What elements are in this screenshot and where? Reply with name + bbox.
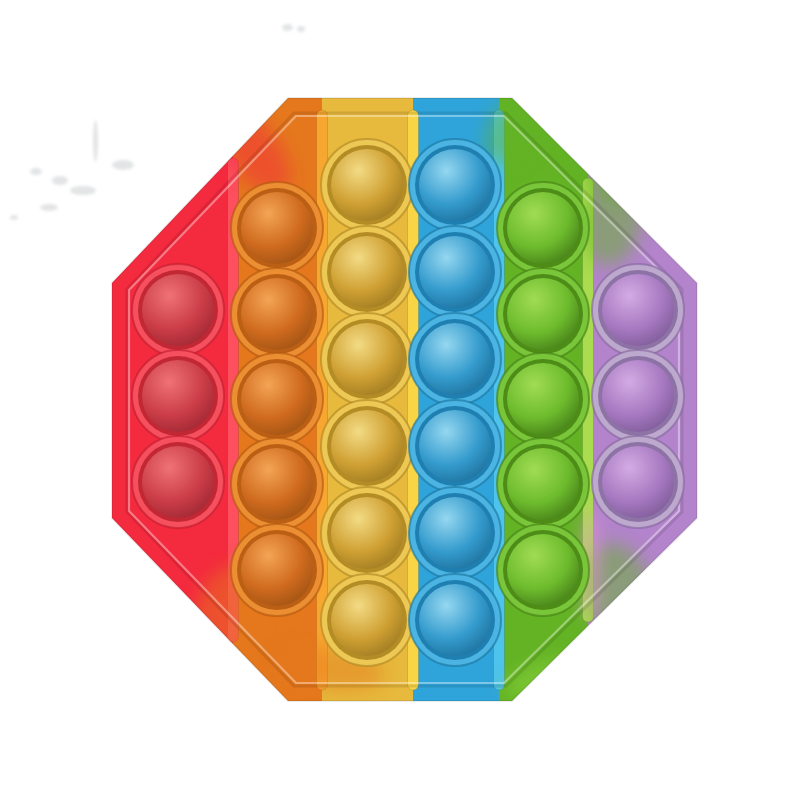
column-purple — [592, 264, 684, 528]
bubble-dome — [241, 534, 313, 606]
bubble-orange-2 — [231, 268, 323, 360]
bubble-dome — [419, 497, 491, 569]
bubble-orange-3 — [231, 353, 323, 445]
bubble-orange-1 — [231, 182, 323, 274]
bubble-dome — [142, 360, 214, 432]
bubble-dome — [241, 278, 313, 350]
bubble-dome — [602, 446, 674, 518]
bubble-dome — [419, 323, 491, 395]
bubble-dome — [419, 584, 491, 656]
column-green — [497, 182, 589, 616]
column-orange — [231, 182, 323, 616]
bubble-yellow-4 — [321, 400, 413, 492]
bubble-dome — [507, 363, 579, 435]
bubble-dome — [241, 448, 313, 520]
bubble-dome — [419, 410, 491, 482]
bubble-blue-5 — [409, 487, 501, 579]
bubble-blue-4 — [409, 400, 501, 492]
bubble-dome — [602, 360, 674, 432]
bubble-dome — [331, 236, 403, 308]
bubble-green-5 — [497, 524, 589, 616]
bubble-yellow-3 — [321, 313, 413, 405]
board-surface — [112, 84, 697, 708]
bubble-purple-1 — [592, 264, 684, 356]
bubble-green-4 — [497, 438, 589, 530]
bubble-dome — [331, 410, 403, 482]
bubble-dome — [602, 274, 674, 346]
bubble-blue-1 — [409, 139, 501, 231]
bubble-orange-4 — [231, 438, 323, 530]
bubble-dome — [331, 323, 403, 395]
bubble-dome — [507, 278, 579, 350]
bubble-yellow-1 — [321, 139, 413, 231]
bubble-dome — [507, 534, 579, 606]
popit-product-photo — [0, 0, 800, 800]
bubble-yellow-2 — [321, 226, 413, 318]
bubble-blue-6 — [409, 574, 501, 666]
bubble-dome — [331, 149, 403, 221]
bubble-red-1 — [132, 264, 224, 356]
bubble-dome — [142, 446, 214, 518]
bubble-dome — [507, 448, 579, 520]
bubble-dome — [142, 274, 214, 346]
bubble-blue-2 — [409, 226, 501, 318]
bubble-dome — [419, 149, 491, 221]
bubble-orange-5 — [231, 524, 323, 616]
bubble-red-3 — [132, 436, 224, 528]
bubble-dome — [507, 192, 579, 264]
bubble-purple-2 — [592, 350, 684, 442]
popit-board — [0, 0, 800, 800]
bubble-dome — [331, 497, 403, 569]
bubble-purple-3 — [592, 436, 684, 528]
bubble-dome — [241, 363, 313, 435]
bubble-dome — [419, 236, 491, 308]
bubble-blue-3 — [409, 313, 501, 405]
bubble-yellow-6 — [321, 574, 413, 666]
bubble-green-1 — [497, 182, 589, 274]
bubble-dome — [331, 584, 403, 656]
bubble-dome — [241, 192, 313, 264]
bubble-green-2 — [497, 268, 589, 360]
bubble-yellow-5 — [321, 487, 413, 579]
column-red — [132, 264, 224, 528]
bubble-red-2 — [132, 350, 224, 442]
bubble-green-3 — [497, 353, 589, 445]
